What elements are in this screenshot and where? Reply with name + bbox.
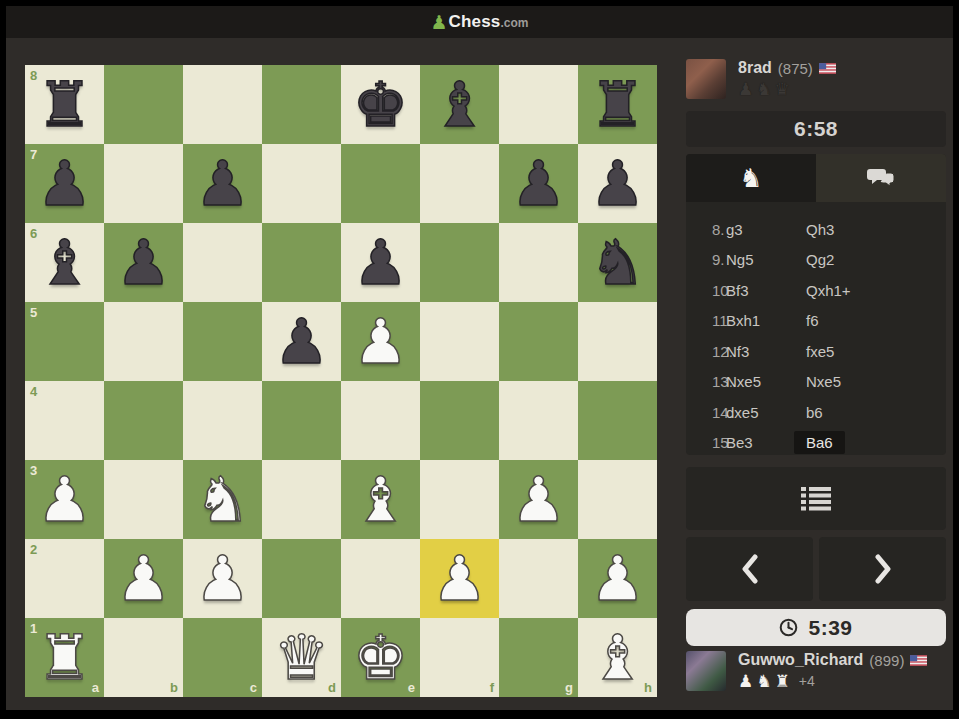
black-piece-c7: ♟ <box>195 144 251 223</box>
move-white[interactable]: Nxe5 <box>726 373 806 390</box>
square-e8[interactable]: ♚ <box>341 65 420 144</box>
move-black[interactable]: Nxe5 <box>806 373 946 390</box>
square-h5[interactable] <box>578 302 657 381</box>
square-g3[interactable]: ♟ <box>499 460 578 539</box>
move-row: 13.Nxe5Nxe5 <box>686 367 946 398</box>
white-piece-a1: ♜ <box>37 618 93 697</box>
player-rating: (899) <box>869 652 904 669</box>
black-piece-h6: ♞ <box>590 223 646 302</box>
logo-pawn-icon: ♟ <box>430 13 447 32</box>
captured-queen-icon: ♛ <box>775 81 790 98</box>
captured-pawn-icon: ♟ <box>738 673 753 690</box>
rank-label: 6 <box>30 226 37 241</box>
white-piece-e3: ♝ <box>353 460 409 539</box>
black-piece-a6: ♝ <box>37 223 93 302</box>
opponent-info: 8rad (875) ♟♞♛ <box>686 59 946 99</box>
chevron-left-icon <box>739 554 761 584</box>
square-f8[interactable]: ♝ <box>420 65 499 144</box>
list-icon <box>801 486 831 512</box>
black-piece-e8: ♚ <box>353 65 409 144</box>
material-advantage: +4 <box>799 673 815 689</box>
move-white[interactable]: Ng5 <box>726 251 806 268</box>
white-piece-f2: ♟ <box>432 539 488 618</box>
square-c1[interactable]: c <box>183 618 262 697</box>
move-num: 11. <box>686 312 726 329</box>
app-frame: ♟ Chess .com 8♜♚♝♜7♟♟♟♟6♝♟♟♞5♟♟43♟♞♝♟2♟♟… <box>6 6 953 710</box>
white-piece-d1: ♛ <box>274 618 330 697</box>
rank-label: 2 <box>30 542 37 557</box>
captured-pawn-icon: ♟ <box>738 81 753 98</box>
black-piece-h7: ♟ <box>590 144 646 223</box>
logo-text: Chess <box>449 12 501 32</box>
chess-board[interactable]: 8♜♚♝♜7♟♟♟♟6♝♟♟♞5♟♟43♟♞♝♟2♟♟♟♟1a♜bcd♛e♚fg… <box>25 65 657 697</box>
player-clock-time: 5:39 <box>808 616 852 640</box>
square-d2[interactable] <box>262 539 341 618</box>
next-move-button[interactable] <box>819 537 946 601</box>
chat-bubbles-icon <box>867 167 895 189</box>
black-piece-b6: ♟ <box>116 223 172 302</box>
square-e5[interactable]: ♟ <box>341 302 420 381</box>
black-piece-h8: ♜ <box>590 65 646 144</box>
knight-tab-icon: ♞ <box>739 163 762 193</box>
move-black[interactable]: Qxh1+ <box>806 282 946 299</box>
white-piece-c3: ♞ <box>195 460 251 539</box>
white-piece-h2: ♟ <box>590 539 646 618</box>
square-d4[interactable] <box>262 381 341 460</box>
file-label: e <box>408 680 415 695</box>
square-e2[interactable] <box>341 539 420 618</box>
moves-panel: ♞ 8.g3Qh39.Ng5Qg210.Bf3Qxh1+11.Bxh1f612.… <box>686 154 946 455</box>
move-black[interactable]: Ba6 <box>806 434 946 451</box>
square-b7[interactable] <box>104 144 183 223</box>
black-piece-a7: ♟ <box>37 144 93 223</box>
square-a4[interactable]: 4 <box>25 381 104 460</box>
square-c2[interactable]: ♟ <box>183 539 262 618</box>
previous-move-button[interactable] <box>686 537 813 601</box>
square-f7[interactable] <box>420 144 499 223</box>
opponent-clock-time: 6:58 <box>794 117 838 141</box>
chesscom-logo[interactable]: ♟ Chess .com <box>430 12 528 32</box>
rank-label: 5 <box>30 305 37 320</box>
rank-label: 4 <box>30 384 37 399</box>
game-menu-button[interactable] <box>686 467 946 530</box>
player-captured-pieces: ♟♞♜+4 <box>738 672 927 690</box>
square-e4[interactable] <box>341 381 420 460</box>
file-label: h <box>644 680 652 695</box>
move-black[interactable]: Qh3 <box>806 221 946 238</box>
opponent-captured-pieces: ♟♞♛ <box>738 80 836 98</box>
square-b6[interactable]: ♟ <box>104 223 183 302</box>
square-c4[interactable] <box>183 381 262 460</box>
black-piece-e6: ♟ <box>353 223 409 302</box>
file-label: g <box>565 680 573 695</box>
white-piece-g3: ♟ <box>511 460 567 539</box>
file-label: f <box>490 680 494 695</box>
square-e1[interactable]: e♚ <box>341 618 420 697</box>
square-e6[interactable]: ♟ <box>341 223 420 302</box>
chevron-right-icon <box>872 554 894 584</box>
move-num: 12. <box>686 343 726 360</box>
move-row: 12.Nf3fxe5 <box>686 336 946 367</box>
move-black[interactable]: b6 <box>806 404 946 421</box>
captured-knight-icon: ♞ <box>756 81 771 98</box>
move-row: 10.Bf3Qxh1+ <box>686 275 946 306</box>
move-black[interactable]: fxe5 <box>806 343 946 360</box>
square-f2[interactable]: ♟ <box>420 539 499 618</box>
square-d7[interactable] <box>262 144 341 223</box>
square-h4[interactable] <box>578 381 657 460</box>
move-white[interactable]: dxe5 <box>726 404 806 421</box>
square-c3[interactable]: ♞ <box>183 460 262 539</box>
player-name[interactable]: Guwwo_Richard <box>738 651 863 669</box>
square-c8[interactable] <box>183 65 262 144</box>
move-black[interactable]: Qg2 <box>806 251 946 268</box>
square-c7[interactable]: ♟ <box>183 144 262 223</box>
white-piece-b2: ♟ <box>116 539 172 618</box>
player-avatar[interactable] <box>686 651 726 691</box>
opponent-avatar[interactable] <box>686 59 726 99</box>
black-piece-d5: ♟ <box>274 302 330 381</box>
move-list: 8.g3Qh39.Ng5Qg210.Bf3Qxh1+11.Bxh1f612.Nf… <box>686 202 946 455</box>
square-g6[interactable] <box>499 223 578 302</box>
move-num: 14. <box>686 404 726 421</box>
square-a1[interactable]: 1a♜ <box>25 618 104 697</box>
white-piece-e1: ♚ <box>353 618 409 697</box>
black-piece-g7: ♟ <box>511 144 567 223</box>
move-row: 15.Be3Ba6 <box>686 428 946 456</box>
square-h3[interactable] <box>578 460 657 539</box>
black-piece-a8: ♜ <box>37 65 93 144</box>
white-piece-c2: ♟ <box>195 539 251 618</box>
square-a7[interactable]: 7♟ <box>25 144 104 223</box>
rank-label: 1 <box>30 621 37 636</box>
move-white[interactable]: Nf3 <box>726 343 806 360</box>
square-a3[interactable]: 3♟ <box>25 460 104 539</box>
square-h7[interactable]: ♟ <box>578 144 657 223</box>
square-b4[interactable] <box>104 381 183 460</box>
white-piece-e5: ♟ <box>353 302 409 381</box>
square-h6[interactable]: ♞ <box>578 223 657 302</box>
square-a5[interactable]: 5 <box>25 302 104 381</box>
move-white[interactable]: Bf3 <box>726 282 806 299</box>
top-bar: ♟ Chess .com <box>6 6 953 38</box>
rank-label: 3 <box>30 463 37 478</box>
square-g7[interactable]: ♟ <box>499 144 578 223</box>
square-e3[interactable]: ♝ <box>341 460 420 539</box>
move-white[interactable]: g3 <box>726 221 806 238</box>
rank-label: 7 <box>30 147 37 162</box>
file-label: a <box>92 680 99 695</box>
square-b2[interactable]: ♟ <box>104 539 183 618</box>
square-f6[interactable] <box>420 223 499 302</box>
black-piece-f8: ♝ <box>432 65 488 144</box>
square-c6[interactable] <box>183 223 262 302</box>
tab-chat[interactable] <box>816 154 946 202</box>
move-num: 10. <box>686 282 726 299</box>
square-b5[interactable] <box>104 302 183 381</box>
square-h8[interactable]: ♜ <box>578 65 657 144</box>
square-f3[interactable] <box>420 460 499 539</box>
tab-moves[interactable]: ♞ <box>686 154 816 202</box>
captured-knight-icon: ♞ <box>756 673 771 690</box>
square-b3[interactable] <box>104 460 183 539</box>
white-piece-h1: ♝ <box>590 618 646 697</box>
us-flag-icon <box>819 63 836 74</box>
white-piece-a3: ♟ <box>37 460 93 539</box>
us-flag-icon <box>910 655 927 666</box>
square-f5[interactable] <box>420 302 499 381</box>
square-g2[interactable] <box>499 539 578 618</box>
captured-rook-icon: ♜ <box>775 673 790 690</box>
square-b1[interactable]: b <box>104 618 183 697</box>
opponent-rating: (875) <box>778 60 813 77</box>
square-e7[interactable] <box>341 144 420 223</box>
file-label: c <box>250 680 257 695</box>
opponent-clock: 6:58 <box>686 111 946 147</box>
move-row: 14.dxe5b6 <box>686 397 946 428</box>
square-h2[interactable]: ♟ <box>578 539 657 618</box>
square-a6[interactable]: 6♝ <box>25 223 104 302</box>
player-info: Guwwo_Richard (899) ♟♞♜+4 <box>686 651 946 691</box>
move-row: 8.g3Qh3 <box>686 214 946 245</box>
file-label: b <box>170 680 178 695</box>
logo-suffix: .com <box>501 16 529 30</box>
move-black[interactable]: f6 <box>806 312 946 329</box>
move-white[interactable]: Bxh1 <box>726 312 806 329</box>
opponent-name[interactable]: 8rad <box>738 59 772 77</box>
player-clock: 5:39 <box>686 609 946 646</box>
square-f4[interactable] <box>420 381 499 460</box>
square-g5[interactable] <box>499 302 578 381</box>
square-d6[interactable] <box>262 223 341 302</box>
square-f1[interactable]: f <box>420 618 499 697</box>
move-num: 9. <box>686 251 726 268</box>
move-navigation <box>686 537 946 601</box>
clock-icon <box>779 618 798 637</box>
move-row: 9.Ng5Qg2 <box>686 245 946 276</box>
square-b8[interactable] <box>104 65 183 144</box>
square-h1[interactable]: h♝ <box>578 618 657 697</box>
square-c5[interactable] <box>183 302 262 381</box>
square-d8[interactable] <box>262 65 341 144</box>
square-d1[interactable]: d♛ <box>262 618 341 697</box>
move-num: 13. <box>686 373 726 390</box>
square-g8[interactable] <box>499 65 578 144</box>
move-row: 11.Bxh1f6 <box>686 306 946 337</box>
square-g1[interactable]: g <box>499 618 578 697</box>
square-g4[interactable] <box>499 381 578 460</box>
square-a2[interactable]: 2 <box>25 539 104 618</box>
square-d5[interactable]: ♟ <box>262 302 341 381</box>
file-label: d <box>328 680 336 695</box>
square-d3[interactable] <box>262 460 341 539</box>
rank-label: 8 <box>30 68 37 83</box>
square-a8[interactable]: 8♜ <box>25 65 104 144</box>
move-num: 8. <box>686 221 726 238</box>
move-num: 15. <box>686 434 726 451</box>
